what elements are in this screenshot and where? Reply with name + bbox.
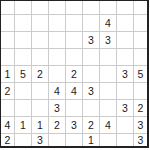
cell-r3c2[interactable] bbox=[32, 49, 48, 65]
cell-r7c5-clue: 2 bbox=[83, 117, 99, 133]
cell-r7c2-clue: 1 bbox=[32, 117, 48, 133]
cell-r3c6[interactable] bbox=[100, 49, 116, 65]
cell-r6c1[interactable] bbox=[15, 100, 31, 116]
cell-r5c8[interactable] bbox=[134, 83, 147, 99]
cell-r5c4-clue: 4 bbox=[66, 83, 82, 99]
cell-r1c7[interactable] bbox=[117, 15, 133, 31]
cell-r4c5[interactable] bbox=[83, 66, 99, 82]
cell-r6c4[interactable] bbox=[66, 100, 82, 116]
cell-r3c1[interactable] bbox=[15, 49, 31, 65]
cell-r4c4-clue: 2 bbox=[66, 66, 82, 82]
cell-r2c5-clue: 3 bbox=[83, 32, 99, 48]
cell-r1c3[interactable] bbox=[49, 15, 65, 31]
cell-r3c5[interactable] bbox=[83, 49, 99, 65]
cell-r2c3[interactable] bbox=[49, 32, 65, 48]
cell-r2c8[interactable] bbox=[134, 32, 147, 48]
cell-r7c7[interactable] bbox=[117, 117, 133, 133]
cell-r0c1[interactable] bbox=[15, 1, 31, 14]
cell-r0c4[interactable] bbox=[66, 1, 82, 14]
cell-r1c2[interactable] bbox=[32, 15, 48, 31]
cell-r7c0-clue: 4 bbox=[1, 117, 14, 133]
cell-r5c1[interactable] bbox=[15, 83, 31, 99]
cell-r5c0-clue: 2 bbox=[1, 83, 14, 99]
cell-r6c5[interactable] bbox=[83, 100, 99, 116]
cell-r4c1-clue: 5 bbox=[15, 66, 31, 82]
cell-r3c4[interactable] bbox=[66, 49, 82, 65]
puzzle-board: 4331522352443332411232432313 bbox=[0, 0, 149, 148]
cell-r5c3-clue: 4 bbox=[49, 83, 65, 99]
cell-r2c1[interactable] bbox=[15, 32, 31, 48]
cell-r6c0[interactable] bbox=[1, 100, 14, 116]
cell-r8c7[interactable] bbox=[117, 134, 133, 146]
cell-r8c4[interactable] bbox=[66, 134, 82, 146]
cell-r8c0-clue: 2 bbox=[1, 134, 14, 146]
cell-r8c1[interactable] bbox=[15, 134, 31, 146]
cell-r5c7[interactable] bbox=[117, 83, 133, 99]
cell-r7c6-clue: 4 bbox=[100, 117, 116, 133]
cell-r4c2-clue: 2 bbox=[32, 66, 48, 82]
cell-r2c6-clue: 3 bbox=[100, 32, 116, 48]
cell-r1c0[interactable] bbox=[1, 15, 14, 31]
cell-r1c1[interactable] bbox=[15, 15, 31, 31]
cell-r8c2-clue: 3 bbox=[32, 134, 48, 146]
cell-r7c8-clue: 3 bbox=[134, 117, 147, 133]
cell-r6c8-clue: 2 bbox=[134, 100, 147, 116]
cell-r4c7-clue: 3 bbox=[117, 66, 133, 82]
cell-r1c4[interactable] bbox=[66, 15, 82, 31]
cell-r5c5-clue: 3 bbox=[83, 83, 99, 99]
cell-r2c0[interactable] bbox=[1, 32, 14, 48]
cell-r1c8[interactable] bbox=[134, 15, 147, 31]
cell-r8c6[interactable] bbox=[100, 134, 116, 146]
cell-r5c2[interactable] bbox=[32, 83, 48, 99]
cell-r3c3[interactable] bbox=[49, 49, 65, 65]
cell-r2c4[interactable] bbox=[66, 32, 82, 48]
cell-r4c3[interactable] bbox=[49, 66, 65, 82]
cell-r6c3-clue: 3 bbox=[49, 100, 65, 116]
cell-r8c8-clue: 3 bbox=[134, 134, 147, 146]
cell-r2c2[interactable] bbox=[32, 32, 48, 48]
cell-r0c5[interactable] bbox=[83, 1, 99, 14]
cell-r2c7[interactable] bbox=[117, 32, 133, 48]
cell-r0c3[interactable] bbox=[49, 1, 65, 14]
cell-r0c6[interactable] bbox=[100, 1, 116, 14]
cell-r7c4-clue: 3 bbox=[66, 117, 82, 133]
cell-r4c8-clue: 5 bbox=[134, 66, 147, 82]
cell-r4c0-clue: 1 bbox=[1, 66, 14, 82]
cell-r8c3[interactable] bbox=[49, 134, 65, 146]
cell-r3c7[interactable] bbox=[117, 49, 133, 65]
cell-r4c6[interactable] bbox=[100, 66, 116, 82]
cell-r5c6[interactable] bbox=[100, 83, 116, 99]
cell-r0c2[interactable] bbox=[32, 1, 48, 14]
cell-r0c0[interactable] bbox=[1, 1, 14, 14]
cell-r0c8[interactable] bbox=[134, 1, 147, 14]
cell-r7c3-clue: 2 bbox=[49, 117, 65, 133]
cell-r8c5-clue: 1 bbox=[83, 134, 99, 146]
cell-r0c7[interactable] bbox=[117, 1, 133, 14]
cell-r3c8[interactable] bbox=[134, 49, 147, 65]
cell-r1c6-clue: 4 bbox=[100, 15, 116, 31]
cell-r6c2[interactable] bbox=[32, 100, 48, 116]
cell-r6c6[interactable] bbox=[100, 100, 116, 116]
cell-r3c0[interactable] bbox=[1, 49, 14, 65]
cell-r7c1-clue: 1 bbox=[15, 117, 31, 133]
cell-r1c5[interactable] bbox=[83, 15, 99, 31]
cell-r6c7-clue: 3 bbox=[117, 100, 133, 116]
